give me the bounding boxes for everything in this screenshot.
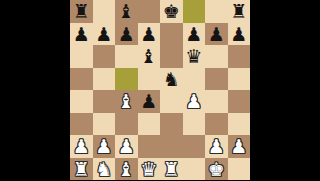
square-h2[interactable]: ♟: [228, 135, 251, 158]
square-e6[interactable]: [160, 45, 183, 68]
black-pawn-f7[interactable]: ♟: [185, 22, 202, 45]
black-pawn-a7[interactable]: ♟: [73, 22, 90, 45]
square-h8[interactable]: ♜: [228, 0, 251, 23]
white-pawn-a2[interactable]: ♟: [73, 135, 90, 158]
square-a8[interactable]: ♜: [70, 0, 93, 23]
black-rook-a8[interactable]: ♜: [73, 0, 90, 22]
square-d8[interactable]: [138, 0, 161, 23]
square-c1[interactable]: ♝: [115, 158, 138, 181]
black-knight-e5[interactable]: ♞: [163, 67, 180, 90]
white-pawn-b2[interactable]: ♟: [95, 135, 112, 158]
square-b6[interactable]: [93, 45, 116, 68]
square-e8[interactable]: ♚: [160, 0, 183, 23]
black-pawn-d4[interactable]: ♟: [140, 90, 157, 113]
square-e3[interactable]: [160, 113, 183, 136]
black-pawn-d7[interactable]: ♟: [140, 22, 157, 45]
square-g4[interactable]: [205, 90, 228, 113]
square-h4[interactable]: [228, 90, 251, 113]
square-d6[interactable]: ♝: [138, 45, 161, 68]
square-a3[interactable]: [70, 113, 93, 136]
black-bishop-c8[interactable]: ♝: [118, 0, 135, 22]
white-bishop-c1[interactable]: ♝: [118, 157, 135, 180]
square-d2[interactable]: [138, 135, 161, 158]
square-d5[interactable]: [138, 68, 161, 91]
square-a1[interactable]: ♜: [70, 158, 93, 181]
square-c5[interactable]: [115, 68, 138, 91]
square-g6[interactable]: [205, 45, 228, 68]
square-d4[interactable]: ♟: [138, 90, 161, 113]
square-f7[interactable]: ♟: [183, 23, 206, 46]
black-pawn-b7[interactable]: ♟: [95, 22, 112, 45]
square-h5[interactable]: [228, 68, 251, 91]
square-b8[interactable]: [93, 0, 116, 23]
square-e2[interactable]: [160, 135, 183, 158]
black-bishop-d6[interactable]: ♝: [140, 45, 157, 68]
black-king-e8[interactable]: ♚: [163, 0, 180, 22]
square-c8[interactable]: ♝: [115, 0, 138, 23]
square-g8[interactable]: [205, 0, 228, 23]
square-a6[interactable]: [70, 45, 93, 68]
square-c6[interactable]: [115, 45, 138, 68]
square-f3[interactable]: [183, 113, 206, 136]
square-g2[interactable]: ♟: [205, 135, 228, 158]
square-f5[interactable]: [183, 68, 206, 91]
square-e4[interactable]: [160, 90, 183, 113]
square-f8[interactable]: [183, 0, 206, 23]
white-bishop-c4[interactable]: ♝: [118, 90, 135, 113]
square-b4[interactable]: [93, 90, 116, 113]
white-pawn-f4[interactable]: ♟: [185, 90, 202, 113]
square-c4[interactable]: ♝: [115, 90, 138, 113]
square-b1[interactable]: ♞: [93, 158, 116, 181]
white-queen-d1[interactable]: ♛: [140, 157, 157, 180]
square-e1[interactable]: ♜: [160, 158, 183, 181]
chess-app-canvas: ♜♝♚♜♟♟♟♟♟♟♟♝♛♞♝♟♟♟♟♟♟♟♜♞♝♛♜♚: [0, 0, 320, 180]
square-f4[interactable]: ♟: [183, 90, 206, 113]
square-a2[interactable]: ♟: [70, 135, 93, 158]
letterbox-right: [250, 0, 320, 180]
square-b2[interactable]: ♟: [93, 135, 116, 158]
square-f2[interactable]: [183, 135, 206, 158]
square-g3[interactable]: [205, 113, 228, 136]
square-d3[interactable]: [138, 113, 161, 136]
square-e7[interactable]: [160, 23, 183, 46]
black-rook-h8[interactable]: ♜: [230, 0, 247, 22]
letterbox-left: [0, 0, 70, 180]
square-b7[interactable]: ♟: [93, 23, 116, 46]
square-a4[interactable]: [70, 90, 93, 113]
white-knight-b1[interactable]: ♞: [95, 157, 112, 180]
square-b5[interactable]: [93, 68, 116, 91]
white-pawn-c2[interactable]: ♟: [118, 135, 135, 158]
square-h1[interactable]: [228, 158, 251, 181]
white-rook-e1[interactable]: ♜: [163, 157, 180, 180]
square-h6[interactable]: [228, 45, 251, 68]
square-c3[interactable]: [115, 113, 138, 136]
square-d1[interactable]: ♛: [138, 158, 161, 181]
square-g1[interactable]: ♚: [205, 158, 228, 181]
square-h7[interactable]: ♟: [228, 23, 251, 46]
white-pawn-h2[interactable]: ♟: [230, 135, 247, 158]
white-rook-a1[interactable]: ♜: [73, 157, 90, 180]
white-king-g1[interactable]: ♚: [208, 157, 225, 180]
black-queen-f6[interactable]: ♛: [185, 45, 202, 68]
black-pawn-c7[interactable]: ♟: [118, 22, 135, 45]
square-d7[interactable]: ♟: [138, 23, 161, 46]
square-c2[interactable]: ♟: [115, 135, 138, 158]
square-h3[interactable]: [228, 113, 251, 136]
black-pawn-h7[interactable]: ♟: [230, 22, 247, 45]
square-f1[interactable]: [183, 158, 206, 181]
black-pawn-g7[interactable]: ♟: [208, 22, 225, 45]
square-b3[interactable]: [93, 113, 116, 136]
square-g5[interactable]: [205, 68, 228, 91]
square-a7[interactable]: ♟: [70, 23, 93, 46]
square-e5[interactable]: ♞: [160, 68, 183, 91]
chess-board[interactable]: ♜♝♚♜♟♟♟♟♟♟♟♝♛♞♝♟♟♟♟♟♟♟♜♞♝♛♜♚: [70, 0, 250, 180]
white-pawn-g2[interactable]: ♟: [208, 135, 225, 158]
square-c7[interactable]: ♟: [115, 23, 138, 46]
square-f6[interactable]: ♛: [183, 45, 206, 68]
square-a5[interactable]: [70, 68, 93, 91]
square-g7[interactable]: ♟: [205, 23, 228, 46]
